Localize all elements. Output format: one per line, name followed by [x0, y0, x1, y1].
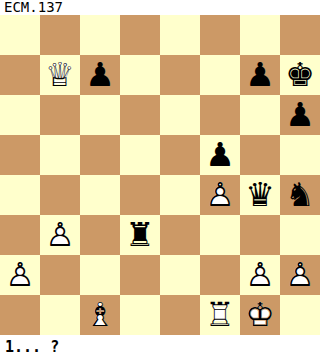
white-piece-outline: ♙ — [280, 255, 320, 295]
square-c7[interactable]: ♟ — [80, 55, 120, 95]
white-rook[interactable]: ♜♖ — [200, 295, 240, 335]
puzzle-title: ECM.137 — [0, 0, 320, 15]
black-knight[interactable]: ♞ — [280, 175, 320, 215]
white-king[interactable]: ♚♔ — [240, 295, 280, 335]
square-a3[interactable] — [0, 215, 40, 255]
square-g6[interactable] — [240, 95, 280, 135]
square-c2[interactable] — [80, 255, 120, 295]
square-c4[interactable] — [80, 175, 120, 215]
square-b3[interactable]: ♟♙ — [40, 215, 80, 255]
square-a2[interactable]: ♟♙ — [0, 255, 40, 295]
white-piece-outline: ♙ — [200, 175, 240, 215]
square-e6[interactable] — [160, 95, 200, 135]
white-piece-outline: ♙ — [0, 255, 40, 295]
black-queen[interactable]: ♛ — [240, 175, 280, 215]
white-pawn[interactable]: ♟♙ — [240, 255, 280, 295]
square-f6[interactable] — [200, 95, 240, 135]
white-piece-outline: ♙ — [40, 215, 80, 255]
square-b2[interactable] — [40, 255, 80, 295]
square-b7[interactable]: ♛♕ — [40, 55, 80, 95]
white-piece-outline: ♕ — [40, 55, 80, 95]
square-e4[interactable] — [160, 175, 200, 215]
white-pawn[interactable]: ♟♙ — [200, 175, 240, 215]
move-prompt: 1... ? — [0, 335, 320, 360]
square-c8[interactable] — [80, 15, 120, 55]
square-f1[interactable]: ♜♖ — [200, 295, 240, 335]
square-c3[interactable] — [80, 215, 120, 255]
square-h4[interactable]: ♞ — [280, 175, 320, 215]
black-pawn[interactable]: ♟ — [240, 55, 280, 95]
white-queen[interactable]: ♛♕ — [40, 55, 80, 95]
square-d2[interactable] — [120, 255, 160, 295]
square-b4[interactable] — [40, 175, 80, 215]
square-e5[interactable] — [160, 135, 200, 175]
black-king[interactable]: ♚ — [280, 55, 320, 95]
white-piece-outline: ♖ — [200, 295, 240, 335]
square-g4[interactable]: ♛ — [240, 175, 280, 215]
square-g3[interactable] — [240, 215, 280, 255]
square-d3[interactable]: ♜ — [120, 215, 160, 255]
square-h1[interactable] — [280, 295, 320, 335]
square-d4[interactable] — [120, 175, 160, 215]
square-b8[interactable] — [40, 15, 80, 55]
square-e3[interactable] — [160, 215, 200, 255]
white-pawn[interactable]: ♟♙ — [0, 255, 40, 295]
square-e8[interactable] — [160, 15, 200, 55]
square-d1[interactable] — [120, 295, 160, 335]
square-d5[interactable] — [120, 135, 160, 175]
square-f7[interactable] — [200, 55, 240, 95]
square-d8[interactable] — [120, 15, 160, 55]
square-a6[interactable] — [0, 95, 40, 135]
white-pawn[interactable]: ♟♙ — [40, 215, 80, 255]
square-c1[interactable]: ♝♗ — [80, 295, 120, 335]
square-f4[interactable]: ♟♙ — [200, 175, 240, 215]
black-pawn[interactable]: ♟ — [200, 135, 240, 175]
square-a7[interactable] — [0, 55, 40, 95]
square-a5[interactable] — [0, 135, 40, 175]
square-g7[interactable]: ♟ — [240, 55, 280, 95]
square-g8[interactable] — [240, 15, 280, 55]
square-b1[interactable] — [40, 295, 80, 335]
square-g2[interactable]: ♟♙ — [240, 255, 280, 295]
square-g5[interactable] — [240, 135, 280, 175]
square-d6[interactable] — [120, 95, 160, 135]
chess-board: ♛♕♟♟♚♟♟♟♙♛♞♟♙♜♟♙♟♙♟♙♝♗♜♖♚♔ — [0, 15, 320, 335]
square-g1[interactable]: ♚♔ — [240, 295, 280, 335]
square-b5[interactable] — [40, 135, 80, 175]
square-e2[interactable] — [160, 255, 200, 295]
square-a4[interactable] — [0, 175, 40, 215]
square-d7[interactable] — [120, 55, 160, 95]
square-f3[interactable] — [200, 215, 240, 255]
square-h2[interactable]: ♟♙ — [280, 255, 320, 295]
square-b6[interactable] — [40, 95, 80, 135]
white-piece-outline: ♙ — [240, 255, 280, 295]
square-f2[interactable] — [200, 255, 240, 295]
white-piece-outline: ♗ — [80, 295, 120, 335]
square-h6[interactable]: ♟ — [280, 95, 320, 135]
black-rook[interactable]: ♜ — [120, 215, 160, 255]
white-bishop[interactable]: ♝♗ — [80, 295, 120, 335]
square-f8[interactable] — [200, 15, 240, 55]
square-a8[interactable] — [0, 15, 40, 55]
square-f5[interactable]: ♟ — [200, 135, 240, 175]
square-a1[interactable] — [0, 295, 40, 335]
square-c5[interactable] — [80, 135, 120, 175]
white-pawn[interactable]: ♟♙ — [280, 255, 320, 295]
white-piece-outline: ♔ — [240, 295, 280, 335]
square-h3[interactable] — [280, 215, 320, 255]
black-pawn[interactable]: ♟ — [280, 95, 320, 135]
black-pawn[interactable]: ♟ — [80, 55, 120, 95]
square-h5[interactable] — [280, 135, 320, 175]
square-e7[interactable] — [160, 55, 200, 95]
square-h7[interactable]: ♚ — [280, 55, 320, 95]
square-c6[interactable] — [80, 95, 120, 135]
square-e1[interactable] — [160, 295, 200, 335]
square-h8[interactable] — [280, 15, 320, 55]
